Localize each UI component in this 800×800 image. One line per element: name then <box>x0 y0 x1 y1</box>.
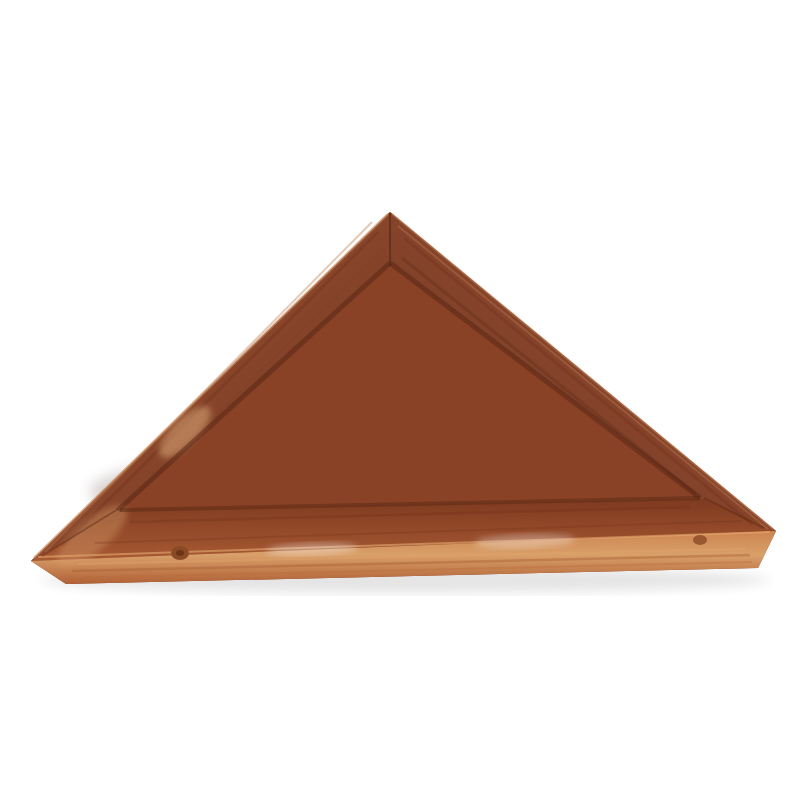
wood-knot-core <box>176 550 184 556</box>
wood-rack <box>0 0 800 800</box>
product-photo-pool-rack: 4101421131 <box>0 0 800 800</box>
wood-knot <box>693 535 707 545</box>
